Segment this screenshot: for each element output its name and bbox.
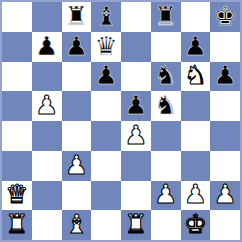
square-c1[interactable]: ♝ xyxy=(62,210,92,240)
square-d3[interactable] xyxy=(91,151,121,181)
square-d1[interactable] xyxy=(91,210,121,240)
piece-black-pawn: ♟ xyxy=(124,92,147,118)
piece-white-bishop: ♝ xyxy=(65,211,88,237)
piece-white-knight: ♞ xyxy=(184,62,207,88)
piece-white-rook: ♜ xyxy=(5,211,28,237)
piece-black-queen: ♛ xyxy=(94,33,117,59)
square-e1[interactable]: ♜ xyxy=(121,210,151,240)
piece-black-pawn: ♟ xyxy=(35,33,58,59)
square-d4[interactable] xyxy=(91,121,121,151)
piece-white-pawn: ♟ xyxy=(184,181,207,207)
square-g3[interactable] xyxy=(181,151,211,181)
square-b7[interactable]: ♟ xyxy=(32,32,62,62)
piece-black-bishop: ♝ xyxy=(94,3,117,29)
square-f6[interactable]: ♞ xyxy=(151,62,181,92)
piece-black-knight: ♞ xyxy=(154,62,177,88)
square-f7[interactable] xyxy=(151,32,181,62)
square-c4[interactable] xyxy=(62,121,92,151)
square-e7[interactable] xyxy=(121,32,151,62)
square-b5[interactable]: ♟ xyxy=(32,91,62,121)
piece-black-pawn: ♟ xyxy=(184,33,207,59)
square-h8[interactable]: ♚ xyxy=(210,2,240,32)
square-b6[interactable] xyxy=(32,62,62,92)
piece-white-pawn: ♟ xyxy=(65,152,88,178)
square-a4[interactable] xyxy=(2,121,32,151)
square-a3[interactable] xyxy=(2,151,32,181)
square-h4[interactable] xyxy=(210,121,240,151)
square-a6[interactable] xyxy=(2,62,32,92)
square-c5[interactable] xyxy=(62,91,92,121)
square-d2[interactable] xyxy=(91,181,121,211)
square-c2[interactable] xyxy=(62,181,92,211)
square-c6[interactable] xyxy=(62,62,92,92)
square-g1[interactable]: ♚ xyxy=(181,210,211,240)
piece-black-pawn: ♟ xyxy=(213,62,236,88)
piece-white-king: ♚ xyxy=(184,211,207,237)
square-g4[interactable] xyxy=(181,121,211,151)
piece-white-rook: ♜ xyxy=(124,211,147,237)
piece-white-pawn: ♟ xyxy=(213,181,236,207)
square-g8[interactable] xyxy=(181,2,211,32)
square-f1[interactable] xyxy=(151,210,181,240)
square-b1[interactable] xyxy=(32,210,62,240)
square-f4[interactable] xyxy=(151,121,181,151)
square-e6[interactable] xyxy=(121,62,151,92)
square-h5[interactable] xyxy=(210,91,240,121)
piece-black-king: ♚ xyxy=(213,3,236,29)
square-b8[interactable] xyxy=(32,2,62,32)
square-d8[interactable]: ♝ xyxy=(91,2,121,32)
piece-white-pawn: ♟ xyxy=(35,92,58,118)
square-f8[interactable]: ♜ xyxy=(151,2,181,32)
chess-board: ♜♝♜♚♟♟♛♟♟♞♞♟♟♟♞♟♟♛♟♟♟♜♝♜♚ xyxy=(0,0,242,242)
square-f2[interactable]: ♟ xyxy=(151,181,181,211)
piece-white-pawn: ♟ xyxy=(124,122,147,148)
square-a8[interactable] xyxy=(2,2,32,32)
square-e3[interactable] xyxy=(121,151,151,181)
square-h1[interactable] xyxy=(210,210,240,240)
square-d5[interactable] xyxy=(91,91,121,121)
piece-black-knight: ♞ xyxy=(154,92,177,118)
square-a1[interactable]: ♜ xyxy=(2,210,32,240)
piece-white-queen: ♛ xyxy=(5,181,28,207)
square-g5[interactable] xyxy=(181,91,211,121)
square-a2[interactable]: ♛ xyxy=(2,181,32,211)
square-g2[interactable]: ♟ xyxy=(181,181,211,211)
square-a7[interactable] xyxy=(2,32,32,62)
piece-black-pawn: ♟ xyxy=(94,62,117,88)
square-e8[interactable] xyxy=(121,2,151,32)
square-c7[interactable]: ♟ xyxy=(62,32,92,62)
square-f5[interactable]: ♞ xyxy=(151,91,181,121)
square-h6[interactable]: ♟ xyxy=(210,62,240,92)
square-h2[interactable]: ♟ xyxy=(210,181,240,211)
square-d7[interactable]: ♛ xyxy=(91,32,121,62)
square-c3[interactable]: ♟ xyxy=(62,151,92,181)
square-b3[interactable] xyxy=(32,151,62,181)
square-e2[interactable] xyxy=(121,181,151,211)
square-b2[interactable] xyxy=(32,181,62,211)
square-b4[interactable] xyxy=(32,121,62,151)
square-e5[interactable]: ♟ xyxy=(121,91,151,121)
square-d6[interactable]: ♟ xyxy=(91,62,121,92)
square-g6[interactable]: ♞ xyxy=(181,62,211,92)
square-e4[interactable]: ♟ xyxy=(121,121,151,151)
piece-black-rook: ♜ xyxy=(154,3,177,29)
piece-black-rook: ♜ xyxy=(65,3,88,29)
square-h7[interactable] xyxy=(210,32,240,62)
square-h3[interactable] xyxy=(210,151,240,181)
square-a5[interactable] xyxy=(2,91,32,121)
square-g7[interactable]: ♟ xyxy=(181,32,211,62)
square-f3[interactable] xyxy=(151,151,181,181)
square-c8[interactable]: ♜ xyxy=(62,2,92,32)
piece-black-pawn: ♟ xyxy=(65,33,88,59)
piece-white-pawn: ♟ xyxy=(154,181,177,207)
